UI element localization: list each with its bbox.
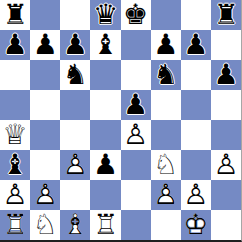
- square-c8[interactable]: [60, 0, 90, 30]
- black-queen-piece: ♛: [90, 0, 120, 30]
- square-e1[interactable]: [121, 210, 151, 240]
- black-pawn-piece: ♟: [181, 30, 211, 60]
- black-king-piece: ♚: [121, 0, 151, 30]
- square-h8[interactable]: ♜: [211, 0, 241, 30]
- white-bishop-piece: ♝♗: [60, 210, 90, 240]
- black-bishop-piece: ♝: [0, 150, 30, 180]
- square-a7[interactable]: ♟: [0, 30, 30, 60]
- square-c7[interactable]: ♟: [60, 30, 90, 60]
- square-h1[interactable]: [211, 210, 241, 240]
- square-e4[interactable]: ♟♙: [121, 120, 151, 150]
- black-knight-piece: ♞: [60, 60, 90, 90]
- square-b1[interactable]: ♞♘: [30, 210, 60, 240]
- square-d8[interactable]: ♛: [90, 0, 120, 30]
- white-pawn-piece: ♟♙: [60, 150, 90, 180]
- square-h6[interactable]: ♟: [211, 60, 241, 90]
- square-f3[interactable]: ♞♘: [151, 150, 181, 180]
- square-h7[interactable]: [211, 30, 241, 60]
- square-f6[interactable]: ♞: [151, 60, 181, 90]
- square-g8[interactable]: [181, 0, 211, 30]
- black-rook-piece: ♜: [211, 0, 241, 30]
- chess-board: ♜♛♚♜♟♟♟♝♟♟♞♞♟♟♛♕♟♙♝♟♙♟♞♘♟♙♟♙♟♙♟♙♟♙♜♖♞♘♝♗…: [0, 0, 242, 242]
- black-pawn-piece: ♟: [121, 90, 151, 120]
- black-pawn-piece: ♟: [0, 30, 30, 60]
- square-d1[interactable]: ♜♖: [90, 210, 120, 240]
- square-e2[interactable]: [121, 180, 151, 210]
- black-rook-piece: ♜: [0, 0, 30, 30]
- square-a4[interactable]: ♛♕: [0, 120, 30, 150]
- white-queen-piece: ♛♕: [0, 120, 30, 150]
- square-f2[interactable]: ♟♙: [151, 180, 181, 210]
- square-d7[interactable]: ♝: [90, 30, 120, 60]
- black-bishop-piece: ♝: [90, 30, 120, 60]
- square-g4[interactable]: [181, 120, 211, 150]
- square-d3[interactable]: ♟: [90, 150, 120, 180]
- square-a3[interactable]: ♝: [0, 150, 30, 180]
- white-pawn-piece: ♟♙: [211, 150, 241, 180]
- square-h4[interactable]: [211, 120, 241, 150]
- square-g3[interactable]: [181, 150, 211, 180]
- white-pawn-piece: ♟♙: [121, 120, 151, 150]
- square-e8[interactable]: ♚: [121, 0, 151, 30]
- white-knight-piece: ♞♘: [30, 210, 60, 240]
- square-d6[interactable]: [90, 60, 120, 90]
- square-g1[interactable]: ♚♔: [181, 210, 211, 240]
- square-a1[interactable]: ♜♖: [0, 210, 30, 240]
- black-pawn-piece: ♟: [30, 30, 60, 60]
- square-e5[interactable]: ♟: [121, 90, 151, 120]
- square-c2[interactable]: [60, 180, 90, 210]
- square-c4[interactable]: [60, 120, 90, 150]
- square-b4[interactable]: [30, 120, 60, 150]
- white-knight-piece: ♞♘: [151, 150, 181, 180]
- square-f5[interactable]: [151, 90, 181, 120]
- square-e3[interactable]: [121, 150, 151, 180]
- black-pawn-piece: ♟: [60, 30, 90, 60]
- white-pawn-piece: ♟♙: [30, 180, 60, 210]
- square-b8[interactable]: [30, 0, 60, 30]
- black-pawn-piece: ♟: [151, 30, 181, 60]
- white-pawn-piece: ♟♙: [0, 180, 30, 210]
- square-a5[interactable]: [0, 90, 30, 120]
- square-g2[interactable]: ♟♙: [181, 180, 211, 210]
- square-d5[interactable]: [90, 90, 120, 120]
- black-knight-piece: ♞: [151, 60, 181, 90]
- square-f8[interactable]: [151, 0, 181, 30]
- square-b5[interactable]: [30, 90, 60, 120]
- square-b3[interactable]: [30, 150, 60, 180]
- square-f7[interactable]: ♟: [151, 30, 181, 60]
- white-pawn-piece: ♟♙: [151, 180, 181, 210]
- square-h2[interactable]: [211, 180, 241, 210]
- square-c1[interactable]: ♝♗: [60, 210, 90, 240]
- white-rook-piece: ♜♖: [0, 210, 30, 240]
- black-pawn-piece: ♟: [90, 150, 120, 180]
- square-g7[interactable]: ♟: [181, 30, 211, 60]
- square-e6[interactable]: [121, 60, 151, 90]
- square-c3[interactable]: ♟♙: [60, 150, 90, 180]
- square-h3[interactable]: ♟♙: [211, 150, 241, 180]
- square-f4[interactable]: [151, 120, 181, 150]
- square-b2[interactable]: ♟♙: [30, 180, 60, 210]
- square-g6[interactable]: [181, 60, 211, 90]
- square-g5[interactable]: [181, 90, 211, 120]
- square-f1[interactable]: [151, 210, 181, 240]
- white-pawn-piece: ♟♙: [181, 180, 211, 210]
- square-c5[interactable]: [60, 90, 90, 120]
- white-king-piece: ♚♔: [181, 210, 211, 240]
- square-a8[interactable]: ♜: [0, 0, 30, 30]
- square-h5[interactable]: [211, 90, 241, 120]
- white-rook-piece: ♜♖: [90, 210, 120, 240]
- square-b6[interactable]: [30, 60, 60, 90]
- square-d4[interactable]: [90, 120, 120, 150]
- square-e7[interactable]: [121, 30, 151, 60]
- black-pawn-piece: ♟: [211, 60, 241, 90]
- square-a6[interactable]: [0, 60, 30, 90]
- square-c6[interactable]: ♞: [60, 60, 90, 90]
- square-d2[interactable]: [90, 180, 120, 210]
- square-b7[interactable]: ♟: [30, 30, 60, 60]
- square-a2[interactable]: ♟♙: [0, 180, 30, 210]
